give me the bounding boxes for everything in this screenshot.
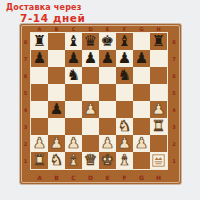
square-h1 (150, 152, 167, 169)
piece-black-knight: ♞ (118, 67, 131, 84)
file-label-g: G (133, 24, 150, 33)
file-label-e: E (99, 170, 116, 184)
rank-label-1: 1 (20, 152, 31, 169)
file-labels-top: ABCDEFGH (31, 24, 167, 33)
piece-black-queen: ♛ (84, 33, 97, 50)
square-c8: ♝ (65, 33, 82, 50)
square-c3 (65, 118, 82, 135)
square-g7: ♟ (133, 50, 150, 67)
square-b5 (48, 84, 65, 101)
square-a6 (31, 67, 48, 84)
piece-white-pawn: ♟ (33, 135, 46, 152)
square-a5 (31, 84, 48, 101)
file-label-c: C (65, 170, 82, 184)
rank-label-8: 8 (167, 33, 181, 50)
square-d8: ♛ (82, 33, 99, 50)
piece-black-pawn: ♟ (118, 50, 131, 67)
promo-line-1: Доставка через (6, 3, 86, 12)
piece-white-pawn: ♟ (135, 135, 148, 152)
piece-white-rook: ♜ (33, 152, 46, 169)
square-c2: ♟ (65, 135, 82, 152)
piece-white-pawn: ♟ (101, 135, 114, 152)
square-g4 (133, 101, 150, 118)
piece-black-pawn: ♟ (67, 50, 80, 67)
promo-line-2: 7-14 дней (20, 12, 86, 24)
rank-label-4: 4 (20, 101, 31, 118)
square-c6: ♞ (65, 67, 82, 84)
piece-black-pawn: ♟ (50, 101, 63, 118)
chessboard: ABCDEFGH ABCDEFGH 87654321 87654321 ♜♝♛♚… (20, 24, 181, 184)
piece-white-pawn: ♟ (50, 135, 63, 152)
square-f4 (116, 101, 133, 118)
board-field: ♜♝♛♚♝♜♟♟♟♟♟♟♞♞♟♟♟♞♜♟♟♟♟♟♟♜♞♝♛♚♝ (31, 33, 167, 169)
square-g8 (133, 33, 150, 50)
piece-black-pawn: ♟ (101, 50, 114, 67)
piece-white-queen: ♛ (84, 152, 97, 169)
piece-black-pawn: ♟ (33, 50, 46, 67)
rank-label-5: 5 (167, 84, 181, 101)
square-b2: ♟ (48, 135, 65, 152)
rank-label-6: 6 (167, 67, 181, 84)
piece-white-knight: ♞ (50, 152, 63, 169)
brand-crest-icon (152, 154, 165, 167)
square-b1: ♞ (48, 152, 65, 169)
square-e5 (99, 84, 116, 101)
square-a1: ♜ (31, 152, 48, 169)
piece-black-rook: ♜ (33, 33, 46, 50)
square-c1: ♝ (65, 152, 82, 169)
square-f7: ♟ (116, 50, 133, 67)
square-h5 (150, 84, 167, 101)
file-label-f: F (116, 170, 133, 184)
square-e8: ♚ (99, 33, 116, 50)
square-a7: ♟ (31, 50, 48, 67)
square-g3 (133, 118, 150, 135)
square-b8 (48, 33, 65, 50)
square-a2: ♟ (31, 135, 48, 152)
file-labels-bottom: ABCDEFGH (31, 170, 167, 184)
rank-label-1: 1 (167, 152, 181, 169)
rank-label-7: 7 (20, 50, 31, 67)
piece-white-knight: ♞ (118, 118, 131, 135)
piece-white-pawn: ♟ (84, 101, 97, 118)
rank-label-7: 7 (167, 50, 181, 67)
file-label-g: G (133, 170, 150, 184)
square-f3: ♞ (116, 118, 133, 135)
rank-label-5: 5 (20, 84, 31, 101)
square-a3 (31, 118, 48, 135)
piece-white-pawn: ♟ (118, 135, 131, 152)
square-f6: ♞ (116, 67, 133, 84)
delivery-promo-text: Доставка через 7-14 дней (6, 3, 86, 24)
square-d5 (82, 84, 99, 101)
square-b7 (48, 50, 65, 67)
square-f5 (116, 84, 133, 101)
square-f1: ♝ (116, 152, 133, 169)
rank-label-2: 2 (20, 135, 31, 152)
rank-label-6: 6 (20, 67, 31, 84)
piece-black-bishop: ♝ (67, 33, 80, 50)
piece-white-pawn: ♟ (152, 101, 165, 118)
square-e2: ♟ (99, 135, 116, 152)
rank-label-3: 3 (20, 118, 31, 135)
square-b4: ♟ (48, 101, 65, 118)
file-label-h: H (150, 170, 167, 184)
square-g6 (133, 67, 150, 84)
square-d7: ♟ (82, 50, 99, 67)
square-a4 (31, 101, 48, 118)
square-c5 (65, 84, 82, 101)
piece-black-pawn: ♟ (84, 50, 97, 67)
product-photo[interactable]: { "page_background": "#edeff0", "promo":… (0, 0, 200, 200)
rank-label-3: 3 (167, 118, 181, 135)
square-c4 (65, 101, 82, 118)
rank-label-4: 4 (167, 101, 181, 118)
square-e1: ♚ (99, 152, 116, 169)
square-h8: ♜ (150, 33, 167, 50)
rank-label-8: 8 (20, 33, 31, 50)
square-d6 (82, 67, 99, 84)
square-d3 (82, 118, 99, 135)
piece-black-pawn: ♟ (135, 50, 148, 67)
square-d2 (82, 135, 99, 152)
piece-white-pawn: ♟ (67, 135, 80, 152)
square-b3 (48, 118, 65, 135)
piece-black-rook: ♜ (152, 33, 165, 50)
rank-labels-right: 87654321 (167, 33, 181, 169)
square-h2 (150, 135, 167, 152)
piece-white-bishop: ♝ (118, 152, 131, 169)
piece-black-bishop: ♝ (118, 33, 131, 50)
rank-labels-left: 87654321 (20, 33, 31, 169)
file-label-d: D (82, 170, 99, 184)
square-h6 (150, 67, 167, 84)
square-e3 (99, 118, 116, 135)
file-label-b: B (48, 24, 65, 33)
piece-white-king: ♚ (101, 152, 114, 169)
square-f8: ♝ (116, 33, 133, 50)
piece-white-rook: ♜ (152, 118, 165, 135)
square-h4: ♟ (150, 101, 167, 118)
square-e4 (99, 101, 116, 118)
square-f2: ♟ (116, 135, 133, 152)
square-b6 (48, 67, 65, 84)
piece-white-bishop: ♝ (67, 152, 80, 169)
square-e7: ♟ (99, 50, 116, 67)
file-label-b: B (48, 170, 65, 184)
rank-label-2: 2 (167, 135, 181, 152)
square-c7: ♟ (65, 50, 82, 67)
piece-black-knight: ♞ (67, 67, 80, 84)
square-g1 (133, 152, 150, 169)
square-d1: ♛ (82, 152, 99, 169)
square-d4: ♟ (82, 101, 99, 118)
piece-black-king: ♚ (101, 33, 114, 50)
square-h7 (150, 50, 167, 67)
square-g2: ♟ (133, 135, 150, 152)
square-h3: ♜ (150, 118, 167, 135)
square-a8: ♜ (31, 33, 48, 50)
file-label-a: A (31, 170, 48, 184)
square-e6 (99, 67, 116, 84)
square-g5 (133, 84, 150, 101)
